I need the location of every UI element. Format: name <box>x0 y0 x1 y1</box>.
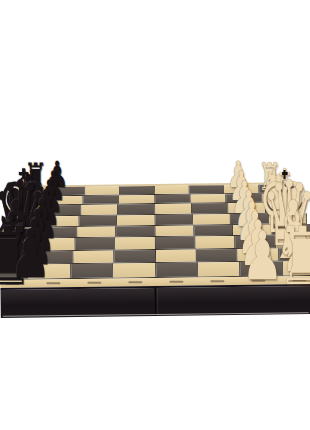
piece-black-pawn: ♟ <box>7 221 54 288</box>
piece-white-pawn: ♟ <box>239 223 286 290</box>
pieces-layer: ♜♞♝♛♚♝♞♜♟♟♟♟♟♟♟♟♟♟♟♟♟♟♟♟♜♞♝♛♚♝♞♜ <box>0 0 310 430</box>
product-photo-chess-set: ♜♞♝♛♚♝♞♜♟♟♟♟♟♟♟♟♟♟♟♟♟♟♟♟♜♞♝♛♚♝♞♜ <box>0 0 310 430</box>
